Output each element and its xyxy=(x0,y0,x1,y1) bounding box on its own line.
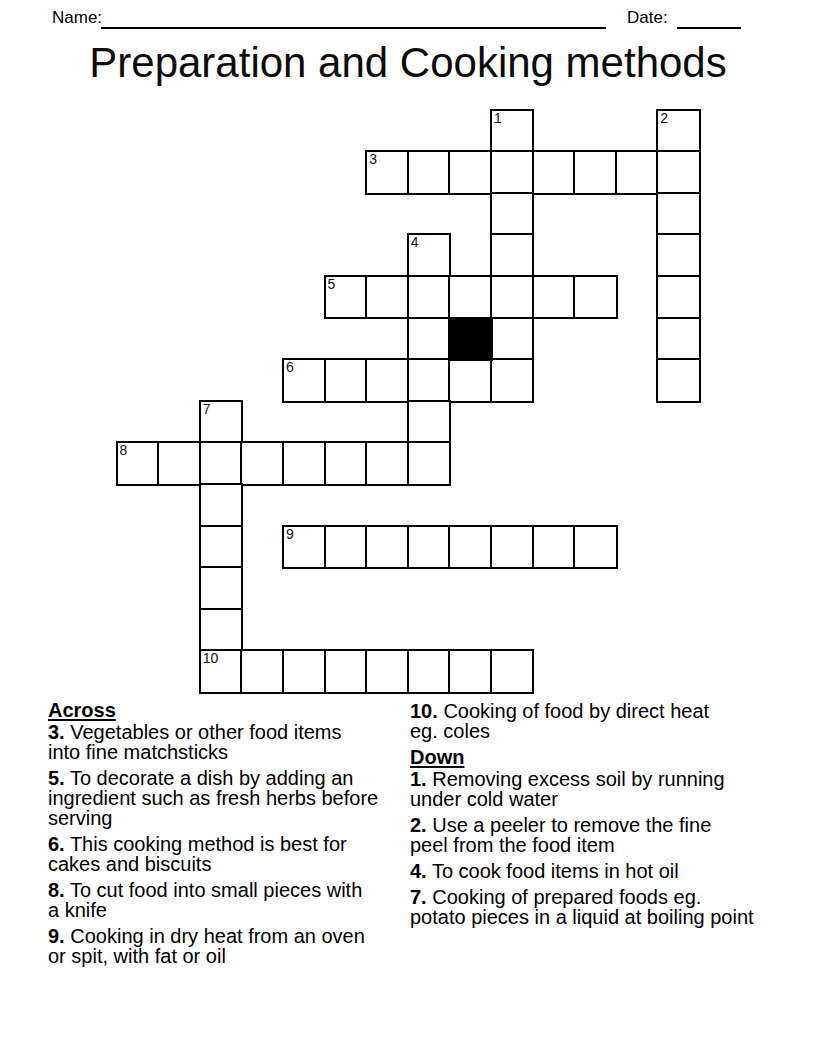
grid-cell[interactable] xyxy=(365,358,409,402)
grid-cell[interactable] xyxy=(324,441,368,485)
clue-text: This cooking method is best for cakes an… xyxy=(48,833,347,875)
cell-number: 1 xyxy=(494,110,502,126)
cell-number: 10 xyxy=(203,650,219,666)
clue-across-5: 5. To decorate a dish by adding an ingre… xyxy=(48,768,394,828)
grid-cell[interactable] xyxy=(407,317,451,361)
grid-cell[interactable] xyxy=(656,192,700,236)
cell-number: 8 xyxy=(120,442,128,458)
grid-cell[interactable] xyxy=(656,358,700,402)
clue-down-1: 1. Removing excess soil by running under… xyxy=(410,769,778,809)
clue-text: Use a peeler to remove the fine peel fro… xyxy=(410,814,711,856)
clue-number: 3. xyxy=(48,721,65,743)
grid-cell[interactable] xyxy=(199,608,243,652)
clue-text: Cooking of prepared foods eg. potato pie… xyxy=(410,886,754,928)
cell-number: 7 xyxy=(203,401,211,417)
clue-down-4: 4. To cook food items in hot oil xyxy=(410,861,778,881)
clue-text: To cook food items in hot oil xyxy=(432,860,679,882)
grid-cell[interactable] xyxy=(407,400,451,444)
grid-cell[interactable] xyxy=(282,649,326,693)
grid-cell[interactable] xyxy=(199,525,243,569)
clue-across-9: 9. Cooking in dry heat from an oven or s… xyxy=(48,926,394,966)
grid-cell[interactable]: 6 xyxy=(282,358,326,402)
date-field[interactable] xyxy=(677,9,741,29)
grid-cell[interactable]: 10 xyxy=(199,649,243,693)
grid-cell[interactable] xyxy=(157,441,201,485)
clue-across-8: 8. To cut food into small pieces with a … xyxy=(48,880,394,920)
grid-cell[interactable] xyxy=(407,525,451,569)
grid-cell[interactable] xyxy=(490,275,534,319)
grid-cell[interactable]: 9 xyxy=(282,525,326,569)
clue-down-7: 7. Cooking of prepared foods eg. potato … xyxy=(410,887,778,927)
grid-cell[interactable] xyxy=(407,150,451,194)
clues-column-left: Across3. Vegetables or other food items … xyxy=(48,700,394,972)
grid-cell[interactable] xyxy=(282,441,326,485)
grid-cell[interactable] xyxy=(615,150,659,194)
grid-cell[interactable] xyxy=(407,649,451,693)
puzzle-title: Preparation and Cooking methods xyxy=(0,40,816,86)
clue-text: To decorate a dish by adding an ingredie… xyxy=(48,767,378,829)
grid-cell[interactable] xyxy=(490,525,534,569)
grid-cell[interactable] xyxy=(656,275,700,319)
cell-number: 2 xyxy=(660,110,668,126)
clue-number: 5. xyxy=(48,767,65,789)
grid-cell[interactable] xyxy=(448,358,492,402)
grid-cell[interactable] xyxy=(365,441,409,485)
grid-cell[interactable]: 8 xyxy=(116,441,160,485)
clue-heading-down: Down xyxy=(410,747,778,767)
grid-cell[interactable] xyxy=(407,275,451,319)
grid-cell[interactable] xyxy=(407,441,451,485)
clue-text: Vegetables or other food items into fine… xyxy=(48,721,342,763)
cell-number: 9 xyxy=(286,526,294,542)
grid-cell[interactable]: 7 xyxy=(199,400,243,444)
grid-cell[interactable] xyxy=(448,275,492,319)
grid-cell[interactable] xyxy=(407,358,451,402)
grid-cell[interactable] xyxy=(532,525,576,569)
grid-cell[interactable] xyxy=(490,649,534,693)
grid-cell[interactable] xyxy=(656,233,700,277)
clue-across-10: 10. Cooking of food by direct heat eg. c… xyxy=(410,701,778,741)
grid-cell[interactable] xyxy=(573,525,617,569)
clues-column-right: 10. Cooking of food by direct heat eg. c… xyxy=(410,701,778,933)
grid-cell[interactable] xyxy=(199,566,243,610)
clue-number: 7. xyxy=(410,886,427,908)
clue-number: 2. xyxy=(410,814,427,836)
black-cell xyxy=(448,317,492,361)
cell-number: 5 xyxy=(328,276,336,292)
grid-cell[interactable] xyxy=(199,483,243,527)
grid-cell[interactable]: 2 xyxy=(656,109,700,153)
grid-cell[interactable] xyxy=(240,649,284,693)
clue-number: 1. xyxy=(410,768,427,790)
date-label: Date: xyxy=(627,8,668,28)
clue-number: 8. xyxy=(48,879,65,901)
grid-cell[interactable] xyxy=(448,525,492,569)
grid-cell[interactable] xyxy=(365,525,409,569)
clue-number: 4. xyxy=(410,860,427,882)
name-label: Name: xyxy=(52,8,102,28)
clue-across-3: 3. Vegetables or other food items into f… xyxy=(48,722,394,762)
clue-text: To cut food into small pieces with a kni… xyxy=(48,879,362,921)
grid-cell[interactable] xyxy=(324,649,368,693)
grid-cell[interactable] xyxy=(240,441,284,485)
grid-cell[interactable] xyxy=(490,150,534,194)
grid-cell[interactable] xyxy=(656,317,700,361)
grid-cell[interactable]: 4 xyxy=(407,233,451,277)
grid-cell[interactable] xyxy=(324,525,368,569)
grid-cell[interactable]: 1 xyxy=(490,109,534,153)
clue-heading-across: Across xyxy=(48,700,394,720)
cell-number: 4 xyxy=(411,234,419,250)
grid-cell[interactable] xyxy=(573,275,617,319)
grid-cell[interactable] xyxy=(573,150,617,194)
grid-cell[interactable] xyxy=(490,233,534,277)
grid-cell[interactable] xyxy=(448,649,492,693)
grid-cell[interactable]: 3 xyxy=(365,150,409,194)
clue-text: Removing excess soil by running under co… xyxy=(410,768,725,810)
cell-number: 3 xyxy=(369,151,377,167)
grid-cell[interactable] xyxy=(365,275,409,319)
grid-cell[interactable] xyxy=(490,192,534,236)
grid-cell[interactable]: 5 xyxy=(324,275,368,319)
clue-across-6: 6. This cooking method is best for cakes… xyxy=(48,834,394,874)
clue-text: Cooking in dry heat from an oven or spit… xyxy=(48,925,365,967)
clue-number: 9. xyxy=(48,925,65,947)
grid-cell[interactable] xyxy=(324,358,368,402)
clue-text: Cooking of food by direct heat eg. coles xyxy=(410,700,709,742)
grid-cell[interactable] xyxy=(490,317,534,361)
grid-cell[interactable] xyxy=(532,150,576,194)
grid-cell[interactable] xyxy=(490,358,534,402)
clue-number: 10. xyxy=(410,700,438,722)
grid-cell[interactable] xyxy=(448,150,492,194)
crossword-grid: 12345678910 xyxy=(117,110,699,692)
grid-cell[interactable] xyxy=(199,441,243,485)
cell-number: 6 xyxy=(286,359,294,375)
grid-cell[interactable] xyxy=(656,150,700,194)
grid-cell[interactable] xyxy=(365,649,409,693)
grid-cell[interactable] xyxy=(532,275,576,319)
clue-down-2: 2. Use a peeler to remove the fine peel … xyxy=(410,815,778,855)
name-field[interactable] xyxy=(101,9,606,29)
clue-number: 6. xyxy=(48,833,65,855)
